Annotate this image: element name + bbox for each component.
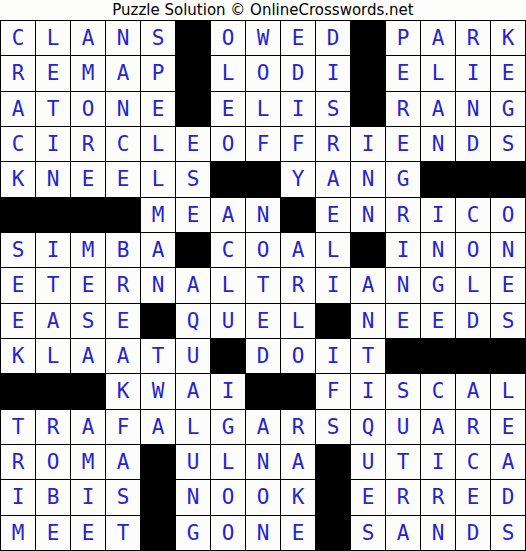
letter-cell-r14c1: I: [1, 480, 35, 514]
letter-cell-r4c9: F: [281, 127, 315, 161]
letter-cell-r8c9: R: [281, 268, 315, 302]
letter-cell-r8c7: L: [211, 268, 245, 302]
letter-cell-r10c3: A: [71, 339, 105, 373]
letter-cell-r9c15: S: [491, 304, 525, 338]
letter-cell-r3c7: E: [211, 92, 245, 126]
black-cell-r11c2: [36, 374, 70, 408]
black-cell-r13c10: [316, 445, 350, 479]
letter-cell-r13c1: R: [1, 445, 35, 479]
letter-cell-r9c6: Q: [176, 304, 210, 338]
letter-cell-r12c7: G: [211, 410, 245, 444]
letter-cell-r13c3: M: [71, 445, 105, 479]
letter-cell-r8c5: N: [141, 268, 175, 302]
letter-cell-r10c1: K: [1, 339, 35, 373]
black-cell-r6c1: [1, 198, 35, 232]
letter-cell-r9c8: E: [246, 304, 280, 338]
letter-cell-r2c15: E: [491, 56, 525, 90]
black-cell-r15c10: [316, 516, 350, 550]
letter-cell-r12c8: A: [246, 410, 280, 444]
letter-cell-r3c10: S: [316, 92, 350, 126]
letter-cell-r7c8: O: [246, 233, 280, 267]
letter-cell-r1c4: N: [106, 21, 140, 55]
letter-cell-r9c12: E: [386, 304, 420, 338]
letter-cell-r1c10: D: [316, 21, 350, 55]
letter-cell-r10c11: T: [351, 339, 385, 373]
black-cell-r9c5: [141, 304, 175, 338]
black-cell-r5c8: [246, 162, 280, 196]
letter-cell-r8c6: A: [176, 268, 210, 302]
letter-cell-r4c12: E: [386, 127, 420, 161]
letter-cell-r13c7: L: [211, 445, 245, 479]
letter-cell-r6c7: A: [211, 198, 245, 232]
letter-cell-r1c1: C: [1, 21, 35, 55]
black-cell-r11c3: [71, 374, 105, 408]
letter-cell-r14c15: D: [491, 480, 525, 514]
letter-cell-r15c3: E: [71, 516, 105, 550]
black-cell-r6c3: [71, 198, 105, 232]
letter-cell-r1c15: K: [491, 21, 525, 55]
black-cell-r10c14: [456, 339, 490, 373]
black-cell-r3c6: [176, 92, 210, 126]
letter-cell-r15c4: T: [106, 516, 140, 550]
letter-cell-r5c6: S: [176, 162, 210, 196]
letter-cell-r4c13: N: [421, 127, 455, 161]
letter-cell-r5c2: N: [36, 162, 70, 196]
letter-cell-r6c10: E: [316, 198, 350, 232]
letter-cell-r12c11: Q: [351, 410, 385, 444]
letter-cell-r4c2: I: [36, 127, 70, 161]
black-cell-r1c6: [176, 21, 210, 55]
letter-cell-r7c14: O: [456, 233, 490, 267]
letter-cell-r5c9: Y: [281, 162, 315, 196]
black-cell-r2c6: [176, 56, 210, 90]
letter-cell-r7c3: M: [71, 233, 105, 267]
letter-cell-r13c4: A: [106, 445, 140, 479]
letter-cell-r3c5: E: [141, 92, 175, 126]
letter-cell-r11c10: F: [316, 374, 350, 408]
black-cell-r13c5: [141, 445, 175, 479]
letter-cell-r5c5: L: [141, 162, 175, 196]
letter-cell-r4c4: C: [106, 127, 140, 161]
letter-cell-r1c14: R: [456, 21, 490, 55]
letter-cell-r13c15: A: [491, 445, 525, 479]
letter-cell-r11c7: I: [211, 374, 245, 408]
letter-cell-r13c11: U: [351, 445, 385, 479]
letter-cell-r3c1: A: [1, 92, 35, 126]
letter-cell-r8c2: T: [36, 268, 70, 302]
black-cell-r11c1: [1, 374, 35, 408]
letter-cell-r1c8: W: [246, 21, 280, 55]
letter-cell-r12c1: T: [1, 410, 35, 444]
letter-cell-r6c11: N: [351, 198, 385, 232]
letter-cell-r9c11: N: [351, 304, 385, 338]
letter-cell-r2c10: I: [316, 56, 350, 90]
black-cell-r6c9: [281, 198, 315, 232]
letter-cell-r12c13: A: [421, 410, 455, 444]
letter-cell-r13c12: T: [386, 445, 420, 479]
letter-cell-r4c5: L: [141, 127, 175, 161]
letter-cell-r3c13: A: [421, 92, 455, 126]
letter-cell-r11c13: C: [421, 374, 455, 408]
puzzle-solution-page: Puzzle Solution © OnlineCrosswords.net C…: [0, 0, 526, 551]
letter-cell-r15c14: D: [456, 516, 490, 550]
letter-cell-r4c15: S: [491, 127, 525, 161]
letter-cell-r13c8: N: [246, 445, 280, 479]
letter-cell-r13c2: O: [36, 445, 70, 479]
black-cell-r9c10: [316, 304, 350, 338]
letter-cell-r8c11: A: [351, 268, 385, 302]
letter-cell-r11c15: L: [491, 374, 525, 408]
letter-cell-r8c3: E: [71, 268, 105, 302]
black-cell-r10c12: [386, 339, 420, 373]
letter-cell-r12c6: L: [176, 410, 210, 444]
letter-cell-r7c9: A: [281, 233, 315, 267]
letter-cell-r3c2: T: [36, 92, 70, 126]
letter-cell-r4c10: R: [316, 127, 350, 161]
page-title: Puzzle Solution © OnlineCrosswords.net: [0, 0, 526, 20]
letter-cell-r3c9: I: [281, 92, 315, 126]
black-cell-r3c11: [351, 92, 385, 126]
letter-cell-r6c5: M: [141, 198, 175, 232]
letter-cell-r2c5: P: [141, 56, 175, 90]
letter-cell-r2c12: E: [386, 56, 420, 90]
black-cell-r6c4: [106, 198, 140, 232]
letter-cell-r14c2: B: [36, 480, 70, 514]
letter-cell-r3c3: O: [71, 92, 105, 126]
letter-cell-r1c5: S: [141, 21, 175, 55]
letter-cell-r7c2: I: [36, 233, 70, 267]
letter-cell-r5c11: N: [351, 162, 385, 196]
black-cell-r11c9: [281, 374, 315, 408]
letter-cell-r15c15: S: [491, 516, 525, 550]
letter-cell-r11c11: I: [351, 374, 385, 408]
letter-cell-r12c10: S: [316, 410, 350, 444]
letter-cell-r7c4: B: [106, 233, 140, 267]
crossword-grid: CLANSOWEDPARKREMAPLODIELIEATONEELISRANGC…: [0, 20, 526, 551]
letter-cell-r3c4: N: [106, 92, 140, 126]
letter-cell-r1c3: A: [71, 21, 105, 55]
black-cell-r10c15: [491, 339, 525, 373]
letter-cell-r12c12: U: [386, 410, 420, 444]
letter-cell-r15c2: E: [36, 516, 70, 550]
letter-cell-r2c4: A: [106, 56, 140, 90]
letter-cell-r9c7: U: [211, 304, 245, 338]
black-cell-r14c5: [141, 480, 175, 514]
letter-cell-r14c11: E: [351, 480, 385, 514]
letter-cell-r6c15: O: [491, 198, 525, 232]
letter-cell-r4c7: O: [211, 127, 245, 161]
letter-cell-r13c6: U: [176, 445, 210, 479]
letter-cell-r5c3: E: [71, 162, 105, 196]
letter-cell-r15c8: N: [246, 516, 280, 550]
letter-cell-r8c8: T: [246, 268, 280, 302]
letter-cell-r11c6: A: [176, 374, 210, 408]
letter-cell-r12c2: R: [36, 410, 70, 444]
letter-cell-r12c3: A: [71, 410, 105, 444]
letter-cell-r2c1: R: [1, 56, 35, 90]
letter-cell-r8c14: L: [456, 268, 490, 302]
letter-cell-r9c3: S: [71, 304, 105, 338]
letter-cell-r6c8: N: [246, 198, 280, 232]
letter-cell-r10c6: U: [176, 339, 210, 373]
letter-cell-r5c1: K: [1, 162, 35, 196]
letter-cell-r13c9: A: [281, 445, 315, 479]
letter-cell-r7c1: S: [1, 233, 35, 267]
letter-cell-r4c8: F: [246, 127, 280, 161]
letter-cell-r15c1: M: [1, 516, 35, 550]
black-cell-r6c2: [36, 198, 70, 232]
black-cell-r10c7: [211, 339, 245, 373]
letter-cell-r3c15: G: [491, 92, 525, 126]
black-cell-r10c13: [421, 339, 455, 373]
letter-cell-r12c14: R: [456, 410, 490, 444]
letter-cell-r1c13: A: [421, 21, 455, 55]
black-cell-r7c11: [351, 233, 385, 267]
letter-cell-r12c4: F: [106, 410, 140, 444]
letter-cell-r14c6: N: [176, 480, 210, 514]
letter-cell-r2c7: L: [211, 56, 245, 90]
black-cell-r14c10: [316, 480, 350, 514]
letter-cell-r13c14: C: [456, 445, 490, 479]
letter-cell-r15c11: S: [351, 516, 385, 550]
letter-cell-r15c13: N: [421, 516, 455, 550]
letter-cell-r7c12: I: [386, 233, 420, 267]
letter-cell-r7c7: C: [211, 233, 245, 267]
letter-cell-r2c3: M: [71, 56, 105, 90]
letter-cell-r8c15: E: [491, 268, 525, 302]
letter-cell-r10c4: A: [106, 339, 140, 373]
letter-cell-r1c2: L: [36, 21, 70, 55]
letter-cell-r9c1: E: [1, 304, 35, 338]
letter-cell-r14c3: I: [71, 480, 105, 514]
letter-cell-r14c9: K: [281, 480, 315, 514]
letter-cell-r14c12: R: [386, 480, 420, 514]
letter-cell-r11c5: W: [141, 374, 175, 408]
black-cell-r1c11: [351, 21, 385, 55]
letter-cell-r15c7: O: [211, 516, 245, 550]
letter-cell-r14c8: O: [246, 480, 280, 514]
black-cell-r5c15: [491, 162, 525, 196]
letter-cell-r4c14: D: [456, 127, 490, 161]
letter-cell-r1c7: O: [211, 21, 245, 55]
letter-cell-r10c5: T: [141, 339, 175, 373]
letter-cell-r6c13: I: [421, 198, 455, 232]
letter-cell-r5c10: A: [316, 162, 350, 196]
letter-cell-r15c6: G: [176, 516, 210, 550]
letter-cell-r8c12: N: [386, 268, 420, 302]
letter-cell-r14c14: E: [456, 480, 490, 514]
letter-cell-r9c13: E: [421, 304, 455, 338]
letter-cell-r12c15: E: [491, 410, 525, 444]
letter-cell-r9c4: E: [106, 304, 140, 338]
letter-cell-r4c3: R: [71, 127, 105, 161]
letter-cell-r4c1: C: [1, 127, 35, 161]
letter-cell-r1c9: E: [281, 21, 315, 55]
black-cell-r2c11: [351, 56, 385, 90]
letter-cell-r3c12: R: [386, 92, 420, 126]
letter-cell-r2c13: L: [421, 56, 455, 90]
letter-cell-r10c2: L: [36, 339, 70, 373]
letter-cell-r7c5: A: [141, 233, 175, 267]
letter-cell-r8c13: G: [421, 268, 455, 302]
letter-cell-r2c9: D: [281, 56, 315, 90]
letter-cell-r12c5: A: [141, 410, 175, 444]
letter-cell-r6c6: E: [176, 198, 210, 232]
letter-cell-r8c10: I: [316, 268, 350, 302]
letter-cell-r9c14: D: [456, 304, 490, 338]
letter-cell-r10c9: O: [281, 339, 315, 373]
letter-cell-r7c15: N: [491, 233, 525, 267]
letter-cell-r7c10: L: [316, 233, 350, 267]
letter-cell-r8c4: R: [106, 268, 140, 302]
letter-cell-r4c11: I: [351, 127, 385, 161]
letter-cell-r13c13: I: [421, 445, 455, 479]
letter-cell-r2c2: E: [36, 56, 70, 90]
letter-cell-r11c12: S: [386, 374, 420, 408]
letter-cell-r15c9: E: [281, 516, 315, 550]
letter-cell-r11c4: K: [106, 374, 140, 408]
letter-cell-r9c2: A: [36, 304, 70, 338]
letter-cell-r6c12: R: [386, 198, 420, 232]
black-cell-r11c8: [246, 374, 280, 408]
letter-cell-r1c12: P: [386, 21, 420, 55]
letter-cell-r11c14: A: [456, 374, 490, 408]
black-cell-r5c14: [456, 162, 490, 196]
letter-cell-r3c14: N: [456, 92, 490, 126]
letter-cell-r3c8: L: [246, 92, 280, 126]
letter-cell-r14c4: S: [106, 480, 140, 514]
black-cell-r15c5: [141, 516, 175, 550]
black-cell-r7c6: [176, 233, 210, 267]
letter-cell-r12c9: R: [281, 410, 315, 444]
letter-cell-r2c8: O: [246, 56, 280, 90]
letter-cell-r9c9: L: [281, 304, 315, 338]
letter-cell-r14c13: R: [421, 480, 455, 514]
letter-cell-r4c6: E: [176, 127, 210, 161]
letter-cell-r8c1: E: [1, 268, 35, 302]
letter-cell-r5c12: G: [386, 162, 420, 196]
letter-cell-r5c4: E: [106, 162, 140, 196]
letter-cell-r6c14: C: [456, 198, 490, 232]
black-cell-r5c7: [211, 162, 245, 196]
letter-cell-r2c14: I: [456, 56, 490, 90]
letter-cell-r10c8: D: [246, 339, 280, 373]
letter-cell-r7c13: N: [421, 233, 455, 267]
letter-cell-r10c10: I: [316, 339, 350, 373]
black-cell-r5c13: [421, 162, 455, 196]
letter-cell-r14c7: O: [211, 480, 245, 514]
letter-cell-r15c12: A: [386, 516, 420, 550]
